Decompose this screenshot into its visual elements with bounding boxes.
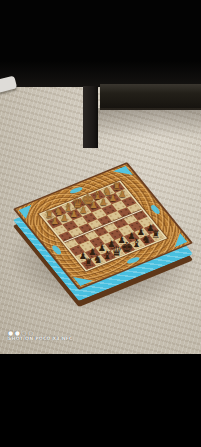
chess-piece-black-rook: ♜ — [152, 230, 161, 240]
dark-furniture — [0, 0, 201, 87]
chess-piece-black-rook: ♜ — [84, 258, 93, 268]
chess-piece-white-pawn: ♟ — [109, 194, 117, 203]
photo-of-carved-chess-set: ♜♞♝♛♚♝♞♜♟♟♟♟♟♟♟♟♟♟♟♟♟♟♟♟♜♞♝♛♚♝♞♜ ●●○○ SH… — [0, 0, 201, 447]
blue-corner-accent — [167, 233, 187, 248]
furniture-shadow — [96, 108, 201, 138]
blue-corner-accent — [18, 205, 38, 220]
watermark-text: SHOT ON POCO X3 NFC — [8, 336, 73, 342]
furniture-leg — [83, 86, 98, 148]
chess-piece-white-pawn: ♟ — [79, 206, 87, 215]
watermark-camera-dots: ●●○○ — [8, 329, 73, 336]
chess-piece-white-pawn: ♟ — [50, 218, 58, 227]
chess-piece-black-knight: ♞ — [93, 254, 102, 265]
blue-edge-accent — [126, 256, 141, 265]
blue-corner-accent — [73, 272, 93, 287]
camera-watermark: ●●○○ SHOT ON POCO X3 NFC — [8, 329, 73, 342]
chess-piece-white-pawn: ♟ — [118, 190, 126, 199]
chess-piece-black-knight: ♞ — [142, 234, 151, 245]
chess-piece-white-pawn: ♟ — [99, 198, 107, 207]
furniture-base-rail — [100, 84, 201, 110]
blue-corner-accent — [113, 166, 133, 181]
letterbox-bottom-bar — [0, 354, 201, 447]
blue-edge-accent — [149, 204, 161, 215]
blue-edge-accent — [51, 245, 63, 256]
board-square: ♜ — [149, 231, 164, 242]
chess-piece-black-bishop: ♝ — [132, 238, 142, 249]
chess-piece-white-pawn: ♟ — [89, 202, 97, 211]
chess-piece-white-pawn: ♟ — [60, 214, 68, 223]
chess-piece-white-pawn: ♟ — [70, 210, 78, 219]
